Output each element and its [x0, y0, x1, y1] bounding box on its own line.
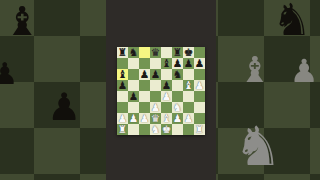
square-d1[interactable]: ♞ [150, 124, 161, 135]
black-pawn-c6[interactable]: ♟ [139, 69, 150, 80]
video-frame: ♝♟♟♞♝♟♞ ♜♞♛♜♚♝♟♟♟♝♟♟♞♟♟♝♟♟♟♟♞♟♟♟♛♝♟♟♜♞♚♜ [0, 0, 320, 180]
square-c6[interactable]: ♟ [139, 69, 150, 80]
square-h7[interactable]: ♟ [194, 58, 205, 69]
white-pawn-b2[interactable]: ♟ [128, 113, 139, 124]
black-rook-a8[interactable]: ♜ [117, 47, 128, 58]
black-bishop-e7[interactable]: ♝ [161, 58, 172, 69]
square-h5[interactable]: ♟ [194, 80, 205, 91]
white-pawn-g2[interactable]: ♟ [183, 113, 194, 124]
square-e4[interactable]: ♟ [161, 91, 172, 102]
square-b7[interactable] [128, 58, 139, 69]
square-h4[interactable] [194, 91, 205, 102]
chess-board[interactable]: ♜♞♛♜♚♝♟♟♟♝♟♟♞♟♟♝♟♟♟♟♞♟♟♟♛♝♟♟♜♞♚♜ [117, 47, 205, 135]
square-c4[interactable] [139, 91, 150, 102]
square-a4[interactable] [117, 91, 128, 102]
square-g5[interactable]: ♝ [183, 80, 194, 91]
white-bishop-g5[interactable]: ♝ [183, 80, 194, 91]
white-pawn-f2[interactable]: ♟ [172, 113, 183, 124]
square-g7[interactable]: ♟ [183, 58, 194, 69]
black-queen-d8[interactable]: ♛ [150, 47, 161, 58]
video-strip: ♜♞♛♜♚♝♟♟♟♝♟♟♞♟♟♝♟♟♟♟♞♟♟♟♛♝♟♟♜♞♚♜ [106, 0, 216, 180]
square-c1[interactable] [139, 124, 150, 135]
square-a1[interactable]: ♜ [117, 124, 128, 135]
square-h3[interactable] [194, 102, 205, 113]
square-b8[interactable]: ♞ [128, 47, 139, 58]
square-e7[interactable]: ♝ [161, 58, 172, 69]
black-knight-b8[interactable]: ♞ [128, 47, 139, 58]
square-b1[interactable] [128, 124, 139, 135]
black-pawn-h7[interactable]: ♟ [194, 58, 205, 69]
black-pawn-g7[interactable]: ♟ [183, 58, 194, 69]
square-b6[interactable] [128, 69, 139, 80]
square-g1[interactable] [183, 124, 194, 135]
square-a5[interactable]: ♟ [117, 80, 128, 91]
square-b2[interactable]: ♟ [128, 113, 139, 124]
square-a8[interactable]: ♜ [117, 47, 128, 58]
black-pawn-d6[interactable]: ♟ [150, 69, 161, 80]
square-g4[interactable] [183, 91, 194, 102]
white-rook-a1[interactable]: ♜ [117, 124, 128, 135]
square-h1[interactable]: ♜ [194, 124, 205, 135]
square-f5[interactable] [172, 80, 183, 91]
white-knight-d1[interactable]: ♞ [150, 124, 161, 135]
black-pawn-b4[interactable]: ♟ [128, 91, 139, 102]
black-pawn-a5[interactable]: ♟ [117, 80, 128, 91]
white-rook-h1[interactable]: ♜ [194, 124, 205, 135]
white-pawn-c2[interactable]: ♟ [139, 113, 150, 124]
square-f2[interactable]: ♟ [172, 113, 183, 124]
square-d5[interactable] [150, 80, 161, 91]
square-f6[interactable]: ♞ [172, 69, 183, 80]
black-knight-f6[interactable]: ♞ [172, 69, 183, 80]
square-b4[interactable]: ♟ [128, 91, 139, 102]
square-e1[interactable]: ♚ [161, 124, 172, 135]
square-f1[interactable] [172, 124, 183, 135]
white-pawn-e4[interactable]: ♟ [161, 91, 172, 102]
square-d6[interactable]: ♟ [150, 69, 161, 80]
square-c5[interactable] [139, 80, 150, 91]
white-king-e1[interactable]: ♚ [161, 124, 172, 135]
square-c2[interactable]: ♟ [139, 113, 150, 124]
white-pawn-h5[interactable]: ♟ [194, 80, 205, 91]
square-c8[interactable] [139, 47, 150, 58]
square-g2[interactable]: ♟ [183, 113, 194, 124]
square-d8[interactable]: ♛ [150, 47, 161, 58]
